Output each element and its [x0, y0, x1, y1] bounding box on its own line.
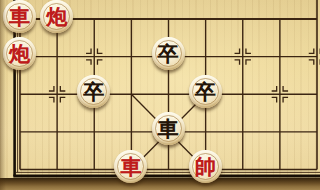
- black-piece-glyph: 卒: [158, 43, 179, 64]
- pieces-layer: 車炮炮卒卒卒車車帥: [0, 0, 320, 190]
- red-piece-glyph: 帥: [195, 156, 216, 177]
- black-soldier-right[interactable]: 卒: [189, 75, 222, 108]
- black-piece-glyph: 車: [158, 118, 179, 139]
- red-cannon-left[interactable]: 炮: [3, 37, 36, 70]
- red-piece-glyph: 炮: [9, 43, 30, 64]
- red-chariot-bottom[interactable]: 車: [114, 150, 147, 183]
- black-piece-glyph: 卒: [195, 80, 216, 101]
- red-chariot-top[interactable]: 車: [3, 0, 36, 33]
- red-general[interactable]: 帥: [189, 150, 222, 183]
- red-piece-glyph: 車: [9, 5, 30, 26]
- black-soldier-mid[interactable]: 卒: [152, 37, 185, 70]
- black-soldier-left[interactable]: 卒: [77, 75, 110, 108]
- red-piece-glyph: 車: [120, 156, 141, 177]
- red-cannon-top[interactable]: 炮: [40, 0, 73, 33]
- xiangqi-board: 車炮炮卒卒卒車車帥: [0, 0, 320, 190]
- black-chariot[interactable]: 車: [152, 112, 185, 145]
- black-piece-glyph: 卒: [83, 80, 104, 101]
- red-piece-glyph: 炮: [46, 5, 67, 26]
